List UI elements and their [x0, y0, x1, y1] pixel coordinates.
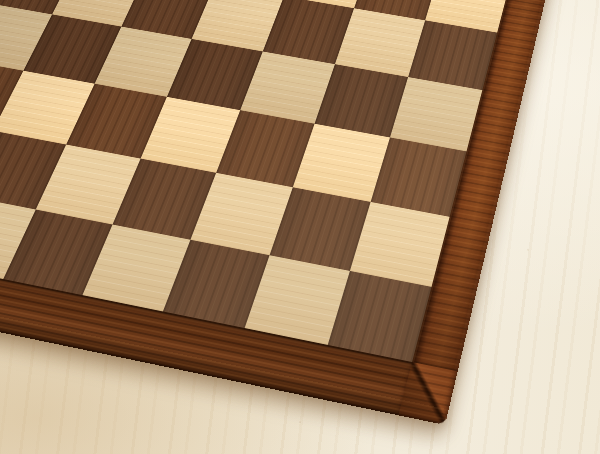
board-shadow-wrapper	[0, 0, 600, 454]
photo-scene	[0, 0, 600, 454]
chess-board	[0, 0, 572, 425]
